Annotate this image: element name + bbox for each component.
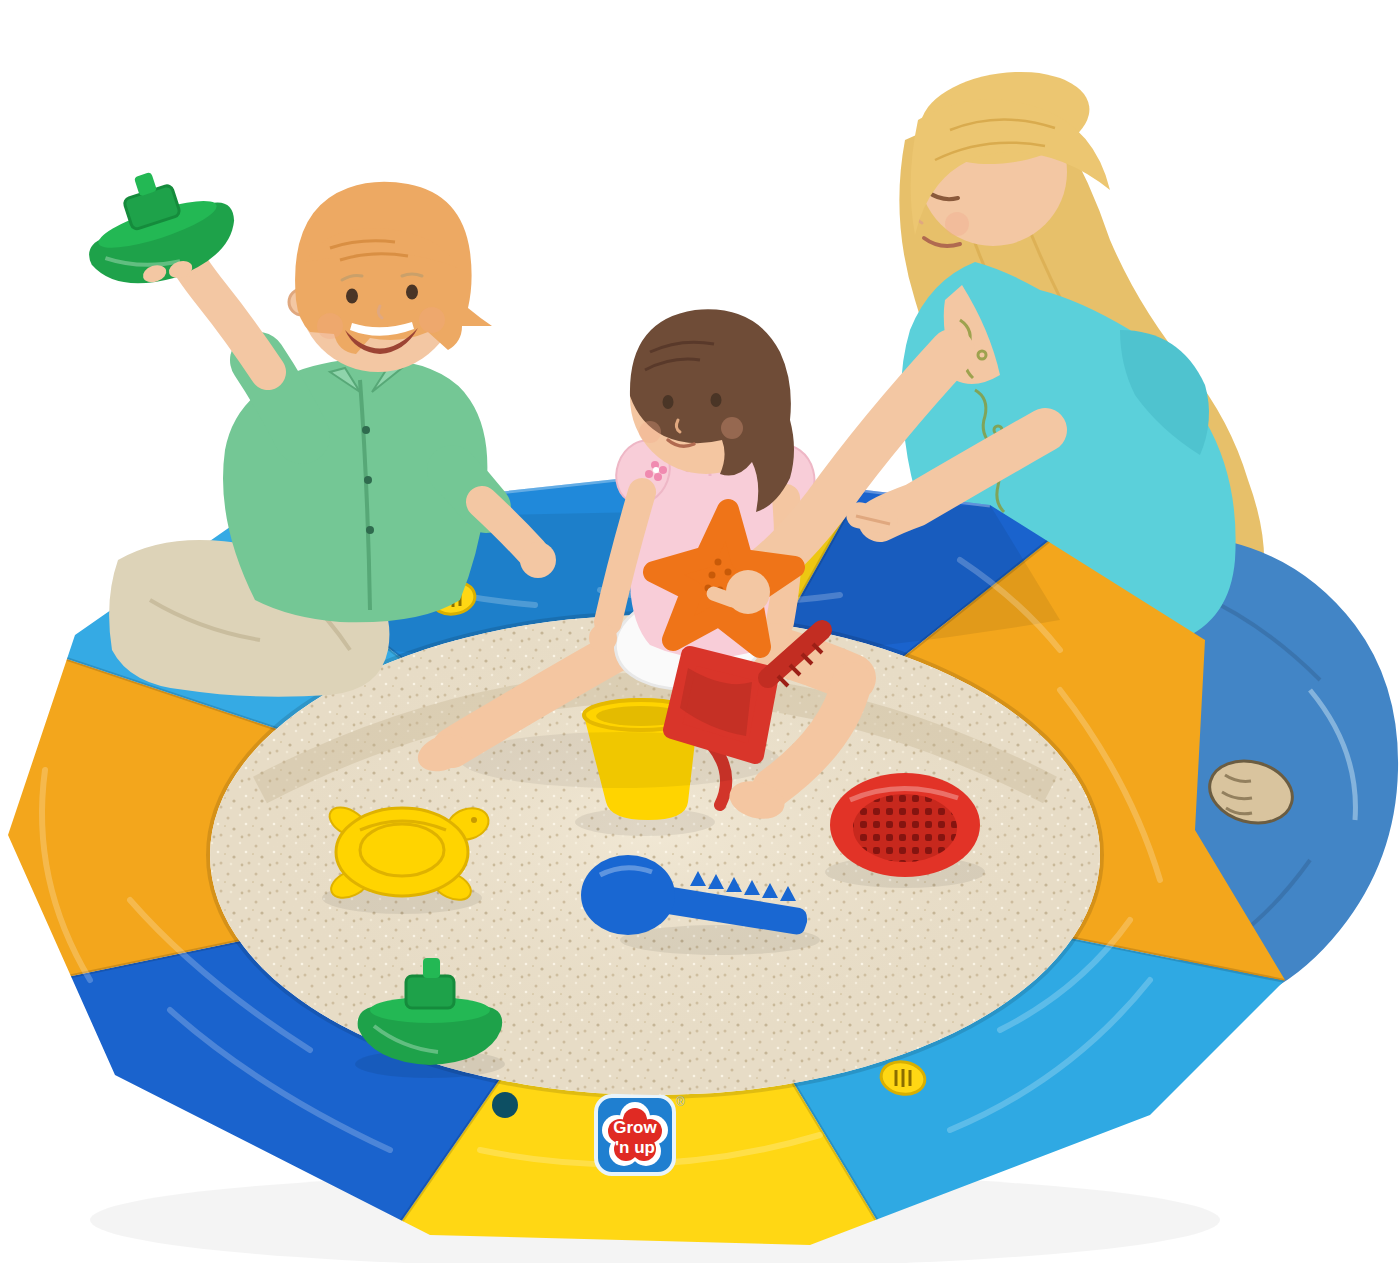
toy-turtle xyxy=(322,802,493,914)
brand-logo: Grow 'n up ® xyxy=(596,1095,685,1174)
logo-text-line2: 'n up xyxy=(615,1138,655,1157)
sandbox-product-photo: Grow 'n up ® xyxy=(0,0,1400,1263)
boy-right-arm xyxy=(192,268,268,372)
girl-left-hand xyxy=(589,624,617,652)
scene-illustration: Grow 'n up ® xyxy=(0,0,1400,1263)
drain-hole xyxy=(492,1092,518,1118)
logo-text-line1: Grow xyxy=(613,1118,657,1137)
logo-registered-mark: ® xyxy=(676,1095,685,1109)
boy-left-hand xyxy=(520,542,556,578)
